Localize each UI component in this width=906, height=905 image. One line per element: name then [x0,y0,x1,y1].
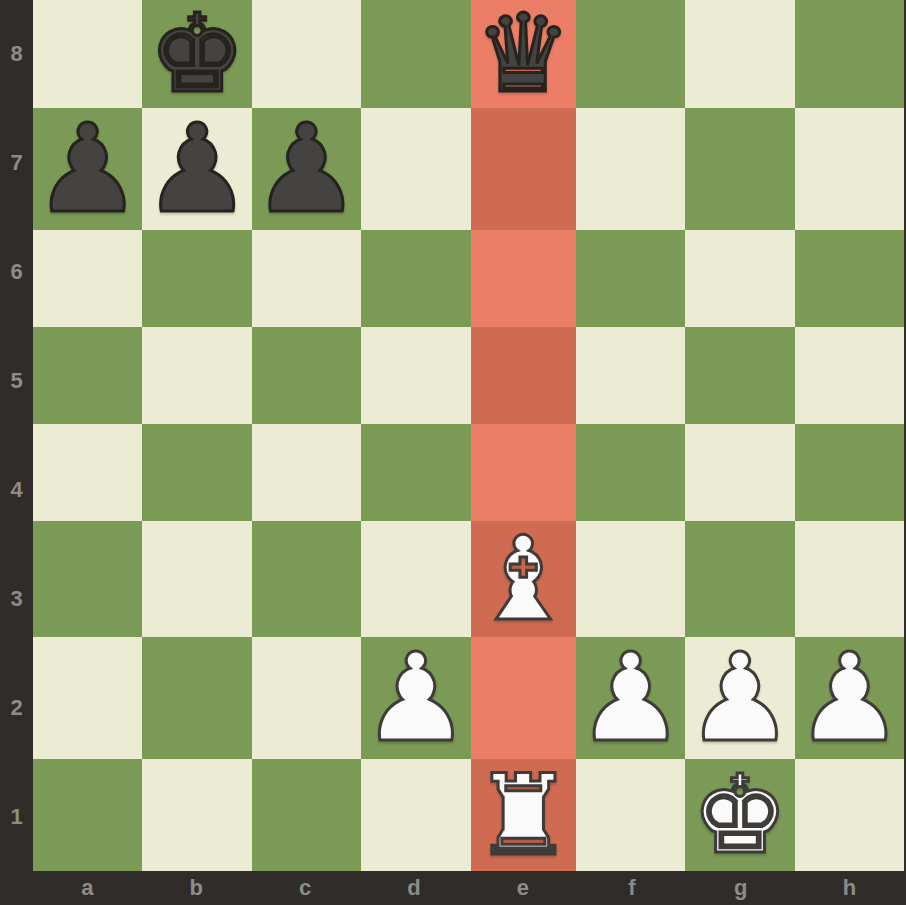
square-d5[interactable] [361,327,470,424]
square-h2[interactable]: ♟ [795,637,904,759]
chess-board: ♚♛♟♟♟♝♟♟♟♟♜♚ [33,0,904,871]
file-label-f: f [577,871,686,905]
rank-label-2: 2 [0,653,33,762]
square-d8[interactable] [361,0,470,108]
square-c8[interactable] [252,0,361,108]
square-c6[interactable] [252,230,361,327]
piece-white-bishop[interactable]: ♝ [471,521,575,637]
square-e6[interactable] [471,230,576,327]
square-d4[interactable] [361,424,470,521]
square-f6[interactable] [576,230,685,327]
square-a7[interactable]: ♟ [33,108,142,230]
square-c2[interactable] [252,637,361,759]
piece-white-pawn[interactable]: ♟ [361,637,470,759]
piece-white-king[interactable]: ♚ [692,761,789,869]
square-d1[interactable] [361,759,470,871]
square-a5[interactable] [33,327,142,424]
square-f5[interactable] [576,327,685,424]
file-label-b: b [142,871,251,905]
square-f1[interactable] [576,759,685,871]
square-g4[interactable] [685,424,794,521]
square-a4[interactable] [33,424,142,521]
square-a6[interactable] [33,230,142,327]
file-label-h: h [795,871,904,905]
rank-label-3: 3 [0,544,33,653]
square-b8[interactable]: ♚ [142,0,251,108]
square-g8[interactable] [685,0,794,108]
square-b7[interactable]: ♟ [142,108,251,230]
square-g2[interactable]: ♟ [685,637,794,759]
square-d3[interactable] [361,521,470,637]
square-f3[interactable] [576,521,685,637]
square-h4[interactable] [795,424,904,521]
file-label-c: c [251,871,360,905]
square-d7[interactable] [361,108,470,230]
piece-white-pawn[interactable]: ♟ [576,637,685,759]
square-g5[interactable] [685,327,794,424]
square-h1[interactable] [795,759,904,871]
square-b5[interactable] [142,327,251,424]
file-labels: abcdefgh [33,871,904,905]
square-h3[interactable] [795,521,904,637]
piece-white-rook[interactable]: ♜ [473,759,573,871]
square-b2[interactable] [142,637,251,759]
piece-black-pawn[interactable]: ♟ [33,108,142,230]
square-e5[interactable] [471,327,576,424]
square-e4[interactable] [471,424,576,521]
rank-label-7: 7 [0,109,33,218]
file-label-g: g [686,871,795,905]
square-f7[interactable] [576,108,685,230]
piece-white-pawn[interactable]: ♟ [685,637,794,759]
piece-black-pawn[interactable]: ♟ [142,108,251,230]
square-a2[interactable] [33,637,142,759]
square-c3[interactable] [252,521,361,637]
square-b6[interactable] [142,230,251,327]
square-g1[interactable]: ♚ [685,759,794,871]
file-label-a: a [33,871,142,905]
square-f2[interactable]: ♟ [576,637,685,759]
square-e7[interactable] [471,108,576,230]
file-label-d: d [360,871,469,905]
rank-label-1: 1 [0,762,33,871]
square-g6[interactable] [685,230,794,327]
square-a3[interactable] [33,521,142,637]
square-f4[interactable] [576,424,685,521]
square-c1[interactable] [252,759,361,871]
rank-labels: 87654321 [0,0,33,871]
square-h7[interactable] [795,108,904,230]
square-c4[interactable] [252,424,361,521]
rank-label-4: 4 [0,436,33,545]
square-g3[interactable] [685,521,794,637]
piece-black-pawn[interactable]: ♟ [252,108,361,230]
rank-label-6: 6 [0,218,33,327]
chess-app: 87654321 ♚♛♟♟♟♝♟♟♟♟♜♚ abcdefgh [0,0,906,905]
square-g7[interactable] [685,108,794,230]
piece-black-queen[interactable]: ♛ [475,0,572,108]
piece-black-king[interactable]: ♚ [149,0,246,108]
square-b3[interactable] [142,521,251,637]
square-d2[interactable]: ♟ [361,637,470,759]
rank-label-8: 8 [0,0,33,109]
square-b4[interactable] [142,424,251,521]
piece-white-pawn[interactable]: ♟ [795,637,904,759]
square-c7[interactable]: ♟ [252,108,361,230]
square-e2[interactable] [471,637,576,759]
square-h8[interactable] [795,0,904,108]
square-c5[interactable] [252,327,361,424]
square-h5[interactable] [795,327,904,424]
square-f8[interactable] [576,0,685,108]
square-d6[interactable] [361,230,470,327]
square-a1[interactable] [33,759,142,871]
square-b1[interactable] [142,759,251,871]
square-a8[interactable] [33,0,142,108]
rank-label-5: 5 [0,327,33,436]
square-e1[interactable]: ♜ [471,759,576,871]
square-h6[interactable] [795,230,904,327]
file-label-e: e [469,871,578,905]
square-e8[interactable]: ♛ [471,0,576,108]
square-e3[interactable]: ♝ [471,521,576,637]
